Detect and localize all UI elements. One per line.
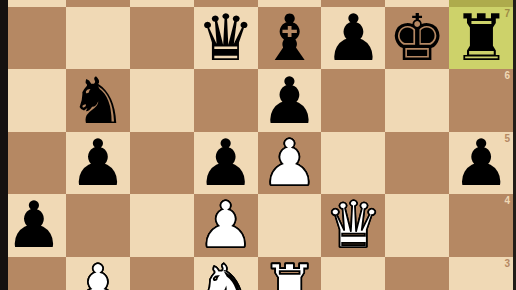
square-g5[interactable] xyxy=(385,132,449,194)
black-knight-b6[interactable]: ♞ xyxy=(66,69,130,131)
square-g3[interactable] xyxy=(385,257,449,290)
rank-label-4: 4 xyxy=(505,195,511,206)
square-f6[interactable] xyxy=(321,69,385,131)
square-a3[interactable] xyxy=(2,257,66,290)
square-f5[interactable] xyxy=(321,132,385,194)
square-f3[interactable] xyxy=(321,257,385,290)
square-a7[interactable] xyxy=(2,7,66,69)
square-e3[interactable]: ♜ xyxy=(258,257,322,290)
square-h7[interactable]: ♜7 xyxy=(449,7,513,69)
square-g7[interactable]: ♚ xyxy=(385,7,449,69)
square-a6[interactable] xyxy=(2,69,66,131)
square-d3[interactable]: ♞ xyxy=(194,257,258,290)
square-h6[interactable]: 6 xyxy=(449,69,513,131)
square-a8[interactable] xyxy=(2,0,66,7)
square-e5[interactable]: ♟ xyxy=(258,132,322,194)
square-e4[interactable] xyxy=(258,194,322,256)
square-d6[interactable] xyxy=(194,69,258,131)
black-bishop-e7[interactable]: ♝ xyxy=(258,7,322,69)
left-letterbox-bar xyxy=(0,0,8,290)
square-a5[interactable] xyxy=(2,132,66,194)
black-pawn-e6[interactable]: ♟ xyxy=(258,69,322,131)
black-queen-d7[interactable]: ♛ xyxy=(194,7,258,69)
rank-label-3: 3 xyxy=(505,258,511,269)
square-d4[interactable]: ♟ xyxy=(194,194,258,256)
square-b5[interactable]: ♟ xyxy=(66,132,130,194)
square-h3[interactable]: 3 xyxy=(449,257,513,290)
square-h5[interactable]: ♟5 xyxy=(449,132,513,194)
square-f4[interactable]: ♛ xyxy=(321,194,385,256)
square-e7[interactable]: ♝ xyxy=(258,7,322,69)
white-queen-f4[interactable]: ♛ xyxy=(321,194,385,256)
square-c7[interactable] xyxy=(130,7,194,69)
square-c8[interactable] xyxy=(130,0,194,7)
white-pawn-e5[interactable]: ♟ xyxy=(258,132,322,194)
chess-board[interactable]: ♛♝♟♚♜7♞♟6♟♟♟♟5♟♟♛4♟♞♜3 xyxy=(2,0,513,290)
square-h4[interactable]: 4 xyxy=(449,194,513,256)
black-pawn-a4[interactable]: ♟ xyxy=(2,194,66,256)
black-rook-h7[interactable]: ♜ xyxy=(449,7,513,69)
square-c6[interactable] xyxy=(130,69,194,131)
black-pawn-d5[interactable]: ♟ xyxy=(194,132,258,194)
square-a4[interactable]: ♟ xyxy=(2,194,66,256)
square-b6[interactable]: ♞ xyxy=(66,69,130,131)
black-king-g7[interactable]: ♚ xyxy=(385,7,449,69)
chess-app-screen: ♛♝♟♚♜7♞♟6♟♟♟♟5♟♟♛4♟♞♜3 xyxy=(0,0,516,290)
square-d5[interactable]: ♟ xyxy=(194,132,258,194)
square-f7[interactable]: ♟ xyxy=(321,7,385,69)
black-pawn-f7[interactable]: ♟ xyxy=(321,7,385,69)
square-g4[interactable] xyxy=(385,194,449,256)
square-b3[interactable]: ♟ xyxy=(66,257,130,290)
white-knight-d3[interactable]: ♞ xyxy=(194,257,258,290)
white-pawn-b3[interactable]: ♟ xyxy=(66,257,130,290)
white-pawn-d4[interactable]: ♟ xyxy=(194,194,258,256)
square-c4[interactable] xyxy=(130,194,194,256)
square-g6[interactable] xyxy=(385,69,449,131)
black-pawn-b5[interactable]: ♟ xyxy=(66,132,130,194)
square-c3[interactable] xyxy=(130,257,194,290)
square-e6[interactable]: ♟ xyxy=(258,69,322,131)
white-rook-e3[interactable]: ♜ xyxy=(258,257,322,290)
rank-label-6: 6 xyxy=(505,70,511,81)
square-c5[interactable] xyxy=(130,132,194,194)
square-d7[interactable]: ♛ xyxy=(194,7,258,69)
rank-label-7: 7 xyxy=(505,8,511,19)
rank-label-5: 5 xyxy=(505,133,511,144)
black-pawn-h5[interactable]: ♟ xyxy=(449,132,513,194)
square-b8[interactable] xyxy=(66,0,130,7)
square-b4[interactable] xyxy=(66,194,130,256)
square-b7[interactable] xyxy=(66,7,130,69)
